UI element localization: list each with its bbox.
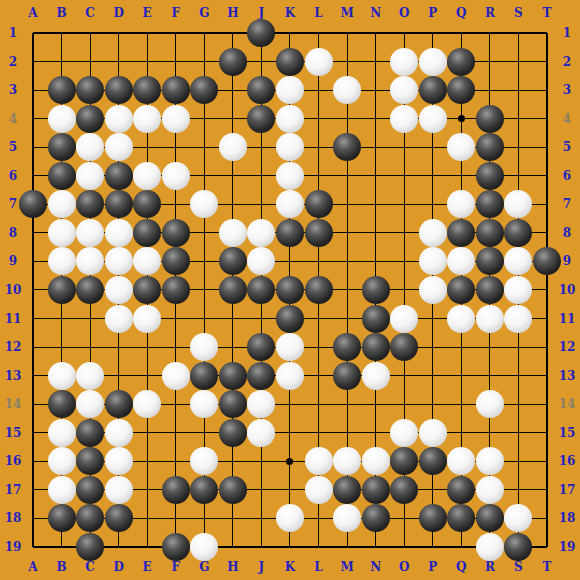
intersection-R17[interactable] [476, 476, 505, 505]
intersection-A8[interactable] [19, 219, 48, 248]
intersection-O9[interactable] [390, 247, 419, 276]
intersection-M19[interactable] [333, 533, 362, 562]
intersection-S13[interactable] [504, 361, 533, 390]
intersection-M2[interactable] [333, 47, 362, 76]
intersection-D16[interactable] [104, 447, 133, 476]
intersection-R2[interactable] [476, 47, 505, 76]
intersection-J5[interactable] [247, 133, 276, 162]
intersection-P1[interactable] [418, 19, 447, 48]
intersection-J10[interactable] [247, 276, 276, 305]
intersection-S2[interactable] [504, 47, 533, 76]
intersection-E2[interactable] [133, 47, 162, 76]
intersection-L8[interactable] [304, 219, 333, 248]
intersection-S10[interactable] [504, 276, 533, 305]
intersection-Q19[interactable] [447, 533, 476, 562]
intersection-Q2[interactable] [447, 47, 476, 76]
intersection-H16[interactable] [219, 447, 248, 476]
intersection-R6[interactable] [476, 161, 505, 190]
intersection-S8[interactable] [504, 219, 533, 248]
intersection-C9[interactable] [76, 247, 105, 276]
intersection-S19[interactable] [504, 533, 533, 562]
intersection-N9[interactable] [361, 247, 390, 276]
intersection-M12[interactable] [333, 333, 362, 362]
intersection-L17[interactable] [304, 476, 333, 505]
intersection-R19[interactable] [476, 533, 505, 562]
intersection-E17[interactable] [133, 476, 162, 505]
intersection-R8[interactable] [476, 219, 505, 248]
intersection-S18[interactable] [504, 504, 533, 533]
intersection-O5[interactable] [390, 133, 419, 162]
intersection-O18[interactable] [390, 504, 419, 533]
intersection-R15[interactable] [476, 418, 505, 447]
intersection-C10[interactable] [76, 276, 105, 305]
intersection-S15[interactable] [504, 418, 533, 447]
intersection-F16[interactable] [161, 447, 190, 476]
intersection-F19[interactable] [161, 533, 190, 562]
intersection-P11[interactable] [418, 304, 447, 333]
intersection-F9[interactable] [161, 247, 190, 276]
intersection-M17[interactable] [333, 476, 362, 505]
intersection-T5[interactable] [533, 133, 562, 162]
intersection-D17[interactable] [104, 476, 133, 505]
intersection-L13[interactable] [304, 361, 333, 390]
intersection-G12[interactable] [190, 333, 219, 362]
intersection-O11[interactable] [390, 304, 419, 333]
intersection-H10[interactable] [219, 276, 248, 305]
intersection-G8[interactable] [190, 219, 219, 248]
intersection-L1[interactable] [304, 19, 333, 48]
intersection-A2[interactable] [19, 47, 48, 76]
intersection-G14[interactable] [190, 390, 219, 419]
intersection-C16[interactable] [76, 447, 105, 476]
intersection-E6[interactable] [133, 161, 162, 190]
intersection-G3[interactable] [190, 76, 219, 105]
intersection-Q17[interactable] [447, 476, 476, 505]
intersection-E13[interactable] [133, 361, 162, 390]
intersection-Q1[interactable] [447, 19, 476, 48]
intersection-R11[interactable] [476, 304, 505, 333]
intersection-F7[interactable] [161, 190, 190, 219]
intersection-E4[interactable] [133, 104, 162, 133]
intersection-K11[interactable] [276, 304, 305, 333]
intersection-C17[interactable] [76, 476, 105, 505]
intersection-C1[interactable] [76, 19, 105, 48]
intersection-S7[interactable] [504, 190, 533, 219]
intersection-N12[interactable] [361, 333, 390, 362]
intersection-C5[interactable] [76, 133, 105, 162]
intersection-B10[interactable] [47, 276, 76, 305]
intersection-K14[interactable] [276, 390, 305, 419]
intersection-L19[interactable] [304, 533, 333, 562]
intersection-K1[interactable] [276, 19, 305, 48]
intersection-F8[interactable] [161, 219, 190, 248]
intersection-H3[interactable] [219, 76, 248, 105]
intersection-H15[interactable] [219, 418, 248, 447]
intersection-L7[interactable] [304, 190, 333, 219]
intersection-B12[interactable] [47, 333, 76, 362]
intersection-Q18[interactable] [447, 504, 476, 533]
intersection-N17[interactable] [361, 476, 390, 505]
intersection-B6[interactable] [47, 161, 76, 190]
intersection-H12[interactable] [219, 333, 248, 362]
intersection-E12[interactable] [133, 333, 162, 362]
intersection-F1[interactable] [161, 19, 190, 48]
intersection-H7[interactable] [219, 190, 248, 219]
intersection-D10[interactable] [104, 276, 133, 305]
intersection-B13[interactable] [47, 361, 76, 390]
intersection-B19[interactable] [47, 533, 76, 562]
intersection-N14[interactable] [361, 390, 390, 419]
intersection-R12[interactable] [476, 333, 505, 362]
intersection-C3[interactable] [76, 76, 105, 105]
intersection-N8[interactable] [361, 219, 390, 248]
intersection-J1[interactable] [247, 19, 276, 48]
intersection-H5[interactable] [219, 133, 248, 162]
intersection-D11[interactable] [104, 304, 133, 333]
intersection-K13[interactable] [276, 361, 305, 390]
intersection-Q14[interactable] [447, 390, 476, 419]
intersection-T17[interactable] [533, 476, 562, 505]
intersection-Q13[interactable] [447, 361, 476, 390]
intersection-G6[interactable] [190, 161, 219, 190]
intersection-O17[interactable] [390, 476, 419, 505]
intersection-N1[interactable] [361, 19, 390, 48]
intersection-M8[interactable] [333, 219, 362, 248]
intersection-E18[interactable] [133, 504, 162, 533]
intersection-J18[interactable] [247, 504, 276, 533]
intersection-H11[interactable] [219, 304, 248, 333]
intersection-A1[interactable] [19, 19, 48, 48]
intersection-S5[interactable] [504, 133, 533, 162]
intersection-B2[interactable] [47, 47, 76, 76]
intersection-J16[interactable] [247, 447, 276, 476]
intersection-A19[interactable] [19, 533, 48, 562]
intersection-T1[interactable] [533, 19, 562, 48]
intersection-R10[interactable] [476, 276, 505, 305]
intersection-R14[interactable] [476, 390, 505, 419]
intersection-L9[interactable] [304, 247, 333, 276]
intersection-Q11[interactable] [447, 304, 476, 333]
intersection-B15[interactable] [47, 418, 76, 447]
intersection-B4[interactable] [47, 104, 76, 133]
intersection-A12[interactable] [19, 333, 48, 362]
intersection-P18[interactable] [418, 504, 447, 533]
intersection-A18[interactable] [19, 504, 48, 533]
intersection-D8[interactable] [104, 219, 133, 248]
intersection-S1[interactable] [504, 19, 533, 48]
intersection-T19[interactable] [533, 533, 562, 562]
intersection-T2[interactable] [533, 47, 562, 76]
intersection-E7[interactable] [133, 190, 162, 219]
intersection-A14[interactable] [19, 390, 48, 419]
intersection-T10[interactable] [533, 276, 562, 305]
intersection-E8[interactable] [133, 219, 162, 248]
intersection-C11[interactable] [76, 304, 105, 333]
intersection-N18[interactable] [361, 504, 390, 533]
intersection-L6[interactable] [304, 161, 333, 190]
intersection-H13[interactable] [219, 361, 248, 390]
intersection-H2[interactable] [219, 47, 248, 76]
intersection-S17[interactable] [504, 476, 533, 505]
intersection-G7[interactable] [190, 190, 219, 219]
intersection-A16[interactable] [19, 447, 48, 476]
intersection-G10[interactable] [190, 276, 219, 305]
intersection-F15[interactable] [161, 418, 190, 447]
intersection-P4[interactable] [418, 104, 447, 133]
intersection-M13[interactable] [333, 361, 362, 390]
intersection-N2[interactable] [361, 47, 390, 76]
intersection-D13[interactable] [104, 361, 133, 390]
intersection-F18[interactable] [161, 504, 190, 533]
intersection-B18[interactable] [47, 504, 76, 533]
intersection-N4[interactable] [361, 104, 390, 133]
intersection-J9[interactable] [247, 247, 276, 276]
intersection-P17[interactable] [418, 476, 447, 505]
intersection-P7[interactable] [418, 190, 447, 219]
intersection-M18[interactable] [333, 504, 362, 533]
intersection-G18[interactable] [190, 504, 219, 533]
intersection-Q4[interactable] [447, 104, 476, 133]
intersection-T11[interactable] [533, 304, 562, 333]
intersection-S6[interactable] [504, 161, 533, 190]
intersection-T12[interactable] [533, 333, 562, 362]
intersection-J3[interactable] [247, 76, 276, 105]
intersection-M6[interactable] [333, 161, 362, 190]
intersection-O19[interactable] [390, 533, 419, 562]
intersection-Q12[interactable] [447, 333, 476, 362]
intersection-G19[interactable] [190, 533, 219, 562]
intersection-O3[interactable] [390, 76, 419, 105]
intersection-J8[interactable] [247, 219, 276, 248]
intersection-M16[interactable] [333, 447, 362, 476]
intersection-Q10[interactable] [447, 276, 476, 305]
intersection-B3[interactable] [47, 76, 76, 105]
intersection-O16[interactable] [390, 447, 419, 476]
intersection-T16[interactable] [533, 447, 562, 476]
intersection-E11[interactable] [133, 304, 162, 333]
intersection-R13[interactable] [476, 361, 505, 390]
intersection-H6[interactable] [219, 161, 248, 190]
intersection-M14[interactable] [333, 390, 362, 419]
intersection-D18[interactable] [104, 504, 133, 533]
intersection-B8[interactable] [47, 219, 76, 248]
intersection-H14[interactable] [219, 390, 248, 419]
intersection-G17[interactable] [190, 476, 219, 505]
intersection-A17[interactable] [19, 476, 48, 505]
intersection-M11[interactable] [333, 304, 362, 333]
intersection-O6[interactable] [390, 161, 419, 190]
intersection-Q16[interactable] [447, 447, 476, 476]
intersection-T18[interactable] [533, 504, 562, 533]
intersection-K3[interactable] [276, 76, 305, 105]
intersection-L12[interactable] [304, 333, 333, 362]
intersection-K19[interactable] [276, 533, 305, 562]
intersection-M3[interactable] [333, 76, 362, 105]
intersection-K4[interactable] [276, 104, 305, 133]
intersection-F11[interactable] [161, 304, 190, 333]
intersection-L3[interactable] [304, 76, 333, 105]
intersection-B9[interactable] [47, 247, 76, 276]
intersection-T7[interactable] [533, 190, 562, 219]
intersection-C8[interactable] [76, 219, 105, 248]
intersection-R18[interactable] [476, 504, 505, 533]
intersection-P10[interactable] [418, 276, 447, 305]
intersection-C13[interactable] [76, 361, 105, 390]
intersection-N16[interactable] [361, 447, 390, 476]
intersection-Q6[interactable] [447, 161, 476, 190]
intersection-P3[interactable] [418, 76, 447, 105]
intersection-P14[interactable] [418, 390, 447, 419]
intersection-H8[interactable] [219, 219, 248, 248]
intersection-D5[interactable] [104, 133, 133, 162]
intersection-A10[interactable] [19, 276, 48, 305]
intersection-C15[interactable] [76, 418, 105, 447]
intersection-L10[interactable] [304, 276, 333, 305]
intersection-D19[interactable] [104, 533, 133, 562]
intersection-D7[interactable] [104, 190, 133, 219]
intersection-S12[interactable] [504, 333, 533, 362]
intersection-T4[interactable] [533, 104, 562, 133]
intersection-D14[interactable] [104, 390, 133, 419]
intersection-L2[interactable] [304, 47, 333, 76]
intersection-A7[interactable] [19, 190, 48, 219]
intersection-S11[interactable] [504, 304, 533, 333]
intersection-J6[interactable] [247, 161, 276, 190]
intersection-T9[interactable] [533, 247, 562, 276]
intersection-T8[interactable] [533, 219, 562, 248]
intersection-H4[interactable] [219, 104, 248, 133]
intersection-K9[interactable] [276, 247, 305, 276]
intersection-L15[interactable] [304, 418, 333, 447]
intersection-P9[interactable] [418, 247, 447, 276]
intersection-F4[interactable] [161, 104, 190, 133]
intersection-K15[interactable] [276, 418, 305, 447]
intersection-E14[interactable] [133, 390, 162, 419]
intersection-Q8[interactable] [447, 219, 476, 248]
intersection-P5[interactable] [418, 133, 447, 162]
intersection-D4[interactable] [104, 104, 133, 133]
intersection-D1[interactable] [104, 19, 133, 48]
intersection-Q15[interactable] [447, 418, 476, 447]
intersection-J17[interactable] [247, 476, 276, 505]
intersection-D15[interactable] [104, 418, 133, 447]
intersection-N6[interactable] [361, 161, 390, 190]
intersection-M7[interactable] [333, 190, 362, 219]
intersection-F12[interactable] [161, 333, 190, 362]
intersection-C18[interactable] [76, 504, 105, 533]
intersection-M10[interactable] [333, 276, 362, 305]
intersection-P13[interactable] [418, 361, 447, 390]
intersection-M4[interactable] [333, 104, 362, 133]
intersection-D6[interactable] [104, 161, 133, 190]
intersection-R7[interactable] [476, 190, 505, 219]
intersection-K2[interactable] [276, 47, 305, 76]
intersection-R9[interactable] [476, 247, 505, 276]
intersection-O15[interactable] [390, 418, 419, 447]
intersection-R3[interactable] [476, 76, 505, 105]
intersection-B14[interactable] [47, 390, 76, 419]
intersection-J19[interactable] [247, 533, 276, 562]
intersection-G11[interactable] [190, 304, 219, 333]
intersection-F2[interactable] [161, 47, 190, 76]
intersection-O2[interactable] [390, 47, 419, 76]
intersection-H19[interactable] [219, 533, 248, 562]
intersection-N3[interactable] [361, 76, 390, 105]
intersection-O12[interactable] [390, 333, 419, 362]
intersection-R16[interactable] [476, 447, 505, 476]
intersection-B7[interactable] [47, 190, 76, 219]
intersection-E10[interactable] [133, 276, 162, 305]
intersection-K6[interactable] [276, 161, 305, 190]
intersection-Q3[interactable] [447, 76, 476, 105]
intersection-A11[interactable] [19, 304, 48, 333]
intersection-K7[interactable] [276, 190, 305, 219]
intersection-A5[interactable] [19, 133, 48, 162]
intersection-G16[interactable] [190, 447, 219, 476]
intersection-G15[interactable] [190, 418, 219, 447]
intersection-J2[interactable] [247, 47, 276, 76]
intersection-E5[interactable] [133, 133, 162, 162]
intersection-L4[interactable] [304, 104, 333, 133]
intersection-A15[interactable] [19, 418, 48, 447]
intersection-B5[interactable] [47, 133, 76, 162]
intersection-C2[interactable] [76, 47, 105, 76]
intersection-M9[interactable] [333, 247, 362, 276]
intersection-R5[interactable] [476, 133, 505, 162]
intersection-R1[interactable] [476, 19, 505, 48]
intersection-B1[interactable] [47, 19, 76, 48]
intersection-L11[interactable] [304, 304, 333, 333]
intersection-O14[interactable] [390, 390, 419, 419]
intersection-P2[interactable] [418, 47, 447, 76]
intersection-M1[interactable] [333, 19, 362, 48]
intersection-L16[interactable] [304, 447, 333, 476]
intersection-H18[interactable] [219, 504, 248, 533]
intersection-S14[interactable] [504, 390, 533, 419]
intersection-R4[interactable] [476, 104, 505, 133]
intersection-C12[interactable] [76, 333, 105, 362]
intersection-N5[interactable] [361, 133, 390, 162]
intersection-G2[interactable] [190, 47, 219, 76]
intersection-P8[interactable] [418, 219, 447, 248]
intersection-E1[interactable] [133, 19, 162, 48]
intersection-P12[interactable] [418, 333, 447, 362]
intersection-L18[interactable] [304, 504, 333, 533]
intersection-F17[interactable] [161, 476, 190, 505]
intersection-O13[interactable] [390, 361, 419, 390]
intersection-J15[interactable] [247, 418, 276, 447]
intersection-K10[interactable] [276, 276, 305, 305]
intersection-E19[interactable] [133, 533, 162, 562]
intersection-J14[interactable] [247, 390, 276, 419]
intersection-G5[interactable] [190, 133, 219, 162]
intersection-D2[interactable] [104, 47, 133, 76]
intersection-Q5[interactable] [447, 133, 476, 162]
intersection-E16[interactable] [133, 447, 162, 476]
intersection-F10[interactable] [161, 276, 190, 305]
intersection-J13[interactable] [247, 361, 276, 390]
intersection-O1[interactable] [390, 19, 419, 48]
intersection-A6[interactable] [19, 161, 48, 190]
intersection-D3[interactable] [104, 76, 133, 105]
intersection-F6[interactable] [161, 161, 190, 190]
intersection-Q7[interactable] [447, 190, 476, 219]
intersection-N7[interactable] [361, 190, 390, 219]
intersection-C7[interactable] [76, 190, 105, 219]
intersection-S9[interactable] [504, 247, 533, 276]
intersection-P19[interactable] [418, 533, 447, 562]
intersection-E15[interactable] [133, 418, 162, 447]
